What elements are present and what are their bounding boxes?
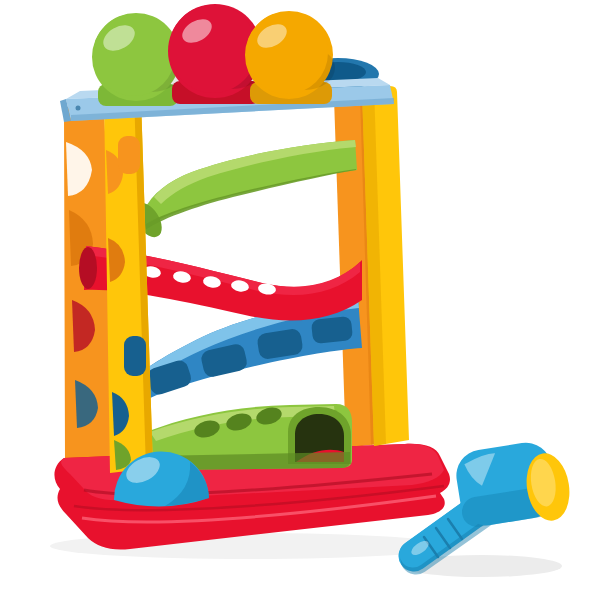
red-ramp-end-cap: [79, 247, 97, 289]
green-ramp: [129, 140, 357, 242]
orange-ball: [245, 11, 335, 99]
left-post-window: [124, 336, 146, 376]
left-post-window: [118, 136, 140, 174]
product-photo: [0, 0, 600, 600]
toy-illustration: [0, 0, 600, 600]
left-post: [104, 93, 153, 473]
platform-peg-hole: [76, 106, 81, 111]
